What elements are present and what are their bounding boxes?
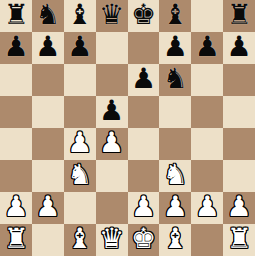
square-a1[interactable]: ♜ [0,224,32,256]
square-a7[interactable]: ♟ [0,32,32,64]
square-b8[interactable]: ♞ [32,0,64,32]
square-d1[interactable]: ♛ [96,224,128,256]
square-c7[interactable]: ♟ [64,32,96,64]
piece-black-queen[interactable]: ♛ [99,1,124,29]
square-a5[interactable] [0,96,32,128]
square-h1[interactable]: ♜ [223,224,255,256]
square-g4[interactable] [191,128,223,160]
piece-white-bishop[interactable]: ♝ [67,225,92,253]
square-e1[interactable]: ♚ [128,224,160,256]
square-g7[interactable]: ♟ [191,32,223,64]
square-h8[interactable]: ♜ [223,0,255,32]
square-b6[interactable] [32,64,64,96]
square-c3[interactable]: ♞ [64,160,96,192]
square-b3[interactable] [32,160,64,192]
square-h7[interactable]: ♟ [223,32,255,64]
square-h4[interactable] [223,128,255,160]
piece-black-bishop[interactable]: ♝ [67,1,92,29]
square-c1[interactable]: ♝ [64,224,96,256]
square-g6[interactable] [191,64,223,96]
square-f6[interactable]: ♞ [159,64,191,96]
square-d4[interactable]: ♟ [96,128,128,160]
piece-white-bishop[interactable]: ♝ [163,225,188,253]
piece-black-pawn[interactable]: ♟ [3,33,28,61]
square-b7[interactable]: ♟ [32,32,64,64]
piece-white-pawn[interactable]: ♟ [99,129,124,157]
piece-white-rook[interactable]: ♜ [3,225,28,253]
piece-black-king[interactable]: ♚ [131,1,156,29]
square-e8[interactable]: ♚ [128,0,160,32]
square-e7[interactable] [128,32,160,64]
square-f2[interactable]: ♟ [159,192,191,224]
square-d6[interactable] [96,64,128,96]
piece-black-pawn[interactable]: ♟ [163,33,188,61]
piece-white-pawn[interactable]: ♟ [163,193,188,221]
piece-white-knight[interactable]: ♞ [67,161,92,189]
square-h5[interactable] [223,96,255,128]
piece-black-pawn[interactable]: ♟ [67,33,92,61]
square-c4[interactable]: ♟ [64,128,96,160]
square-e5[interactable] [128,96,160,128]
square-a3[interactable] [0,160,32,192]
square-f3[interactable]: ♞ [159,160,191,192]
piece-white-pawn[interactable]: ♟ [3,193,28,221]
piece-black-pawn[interactable]: ♟ [131,65,156,93]
square-h2[interactable]: ♟ [223,192,255,224]
piece-white-pawn[interactable]: ♟ [227,193,252,221]
piece-white-pawn[interactable]: ♟ [67,129,92,157]
square-a8[interactable]: ♜ [0,0,32,32]
square-c6[interactable] [64,64,96,96]
square-f1[interactable]: ♝ [159,224,191,256]
square-h3[interactable] [223,160,255,192]
square-d2[interactable] [96,192,128,224]
square-c5[interactable] [64,96,96,128]
piece-black-pawn[interactable]: ♟ [195,33,220,61]
square-a6[interactable] [0,64,32,96]
square-c8[interactable]: ♝ [64,0,96,32]
piece-black-pawn[interactable]: ♟ [99,97,124,125]
square-f7[interactable]: ♟ [159,32,191,64]
square-e3[interactable] [128,160,160,192]
chess-board: ♜♞♝♛♚♝♜♟♟♟♟♟♟♟♞♟♟♟♞♞♟♟♟♟♟♟♜♝♛♚♝♜ [0,0,255,256]
piece-black-knight[interactable]: ♞ [163,65,188,93]
piece-white-pawn[interactable]: ♟ [35,193,60,221]
piece-white-queen[interactable]: ♛ [99,225,124,253]
piece-white-pawn[interactable]: ♟ [195,193,220,221]
square-d5[interactable]: ♟ [96,96,128,128]
piece-white-king[interactable]: ♚ [131,225,156,253]
square-d3[interactable] [96,160,128,192]
piece-black-pawn[interactable]: ♟ [35,33,60,61]
square-h6[interactable] [223,64,255,96]
square-f4[interactable] [159,128,191,160]
square-a4[interactable] [0,128,32,160]
square-g8[interactable] [191,0,223,32]
piece-black-pawn[interactable]: ♟ [227,33,252,61]
square-d7[interactable] [96,32,128,64]
square-b1[interactable] [32,224,64,256]
piece-black-rook[interactable]: ♜ [227,1,252,29]
piece-black-rook[interactable]: ♜ [3,1,28,29]
piece-black-knight[interactable]: ♞ [35,1,60,29]
square-g2[interactable]: ♟ [191,192,223,224]
square-b5[interactable] [32,96,64,128]
square-f8[interactable]: ♝ [159,0,191,32]
square-a2[interactable]: ♟ [0,192,32,224]
piece-white-pawn[interactable]: ♟ [131,193,156,221]
square-g3[interactable] [191,160,223,192]
square-b2[interactable]: ♟ [32,192,64,224]
square-e2[interactable]: ♟ [128,192,160,224]
square-d8[interactable]: ♛ [96,0,128,32]
square-g1[interactable] [191,224,223,256]
square-f5[interactable] [159,96,191,128]
square-e4[interactable] [128,128,160,160]
piece-black-bishop[interactable]: ♝ [163,1,188,29]
piece-white-rook[interactable]: ♜ [227,225,252,253]
square-b4[interactable] [32,128,64,160]
square-c2[interactable] [64,192,96,224]
piece-white-knight[interactable]: ♞ [163,161,188,189]
square-e6[interactable]: ♟ [128,64,160,96]
square-g5[interactable] [191,96,223,128]
